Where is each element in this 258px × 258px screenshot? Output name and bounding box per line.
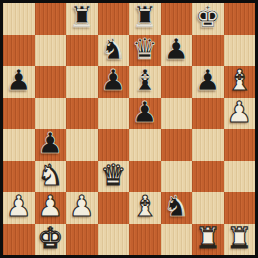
piece-white-pawn[interactable]: ♟ xyxy=(226,98,252,129)
square-a1[interactable] xyxy=(3,224,35,256)
square-d3[interactable]: ♛ xyxy=(98,161,130,193)
piece-white-pawn[interactable]: ♟ xyxy=(37,192,63,223)
chess-board-window: ♜♜♚♞♛♟♟♟♝♟♝♟♟♟♞♛♟♟♟♝♞♚♜♜ xyxy=(0,0,258,258)
square-h5[interactable]: ♟ xyxy=(224,98,256,130)
piece-black-pawn[interactable]: ♟ xyxy=(132,98,158,129)
square-a3[interactable] xyxy=(3,161,35,193)
square-a2[interactable]: ♟ xyxy=(3,192,35,224)
square-b2[interactable]: ♟ xyxy=(35,192,67,224)
piece-black-rook[interactable]: ♜ xyxy=(132,3,158,34)
square-e3[interactable] xyxy=(129,161,161,193)
square-h2[interactable] xyxy=(224,192,256,224)
square-c7[interactable] xyxy=(66,35,98,67)
square-b7[interactable] xyxy=(35,35,67,67)
square-c5[interactable] xyxy=(66,98,98,130)
square-h7[interactable] xyxy=(224,35,256,67)
square-a4[interactable] xyxy=(3,129,35,161)
square-h3[interactable] xyxy=(224,161,256,193)
piece-black-knight[interactable]: ♞ xyxy=(163,192,189,223)
square-b6[interactable] xyxy=(35,66,67,98)
square-h1[interactable]: ♜ xyxy=(224,224,256,256)
square-g4[interactable] xyxy=(192,129,224,161)
piece-black-queen[interactable]: ♛ xyxy=(132,35,158,66)
piece-white-bishop[interactable]: ♝ xyxy=(226,66,252,97)
square-c4[interactable] xyxy=(66,129,98,161)
piece-white-pawn[interactable]: ♟ xyxy=(6,192,32,223)
square-g1[interactable]: ♜ xyxy=(192,224,224,256)
piece-white-pawn[interactable]: ♟ xyxy=(69,192,95,223)
square-c1[interactable] xyxy=(66,224,98,256)
square-b5[interactable] xyxy=(35,98,67,130)
square-a5[interactable] xyxy=(3,98,35,130)
square-b4[interactable]: ♟ xyxy=(35,129,67,161)
piece-white-bishop[interactable]: ♝ xyxy=(132,192,158,223)
square-a6[interactable]: ♟ xyxy=(3,66,35,98)
square-g3[interactable] xyxy=(192,161,224,193)
square-e1[interactable] xyxy=(129,224,161,256)
square-h8[interactable] xyxy=(224,3,256,35)
square-b3[interactable]: ♞ xyxy=(35,161,67,193)
square-e8[interactable]: ♜ xyxy=(129,3,161,35)
square-e7[interactable]: ♛ xyxy=(129,35,161,67)
square-f4[interactable] xyxy=(161,129,193,161)
square-a7[interactable] xyxy=(3,35,35,67)
piece-black-pawn[interactable]: ♟ xyxy=(195,66,221,97)
square-g5[interactable] xyxy=(192,98,224,130)
square-h6[interactable]: ♝ xyxy=(224,66,256,98)
piece-black-knight[interactable]: ♞ xyxy=(100,35,126,66)
square-g2[interactable] xyxy=(192,192,224,224)
square-d4[interactable] xyxy=(98,129,130,161)
square-a8[interactable] xyxy=(3,3,35,35)
square-e2[interactable]: ♝ xyxy=(129,192,161,224)
square-f2[interactable]: ♞ xyxy=(161,192,193,224)
square-d2[interactable] xyxy=(98,192,130,224)
square-h4[interactable] xyxy=(224,129,256,161)
square-g6[interactable]: ♟ xyxy=(192,66,224,98)
square-e5[interactable]: ♟ xyxy=(129,98,161,130)
square-f1[interactable] xyxy=(161,224,193,256)
piece-white-rook[interactable]: ♜ xyxy=(226,224,252,255)
piece-white-knight[interactable]: ♞ xyxy=(37,161,63,192)
square-f6[interactable] xyxy=(161,66,193,98)
piece-black-rook[interactable]: ♜ xyxy=(69,3,95,34)
square-f5[interactable] xyxy=(161,98,193,130)
square-e4[interactable] xyxy=(129,129,161,161)
square-g8[interactable]: ♚ xyxy=(192,3,224,35)
piece-black-bishop[interactable]: ♝ xyxy=(132,66,158,97)
square-g7[interactable] xyxy=(192,35,224,67)
piece-black-king[interactable]: ♚ xyxy=(195,3,221,34)
piece-black-pawn[interactable]: ♟ xyxy=(163,35,189,66)
piece-white-queen[interactable]: ♛ xyxy=(100,161,126,192)
piece-white-rook[interactable]: ♜ xyxy=(195,224,221,255)
square-c8[interactable]: ♜ xyxy=(66,3,98,35)
square-f7[interactable]: ♟ xyxy=(161,35,193,67)
square-e6[interactable]: ♝ xyxy=(129,66,161,98)
piece-black-pawn[interactable]: ♟ xyxy=(6,66,32,97)
square-c3[interactable] xyxy=(66,161,98,193)
square-f8[interactable] xyxy=(161,3,193,35)
square-f3[interactable] xyxy=(161,161,193,193)
square-d7[interactable]: ♞ xyxy=(98,35,130,67)
piece-black-pawn[interactable]: ♟ xyxy=(100,66,126,97)
square-b1[interactable]: ♚ xyxy=(35,224,67,256)
piece-black-pawn[interactable]: ♟ xyxy=(37,129,63,160)
square-c6[interactable] xyxy=(66,66,98,98)
square-d5[interactable] xyxy=(98,98,130,130)
piece-white-king[interactable]: ♚ xyxy=(37,224,63,255)
square-d6[interactable]: ♟ xyxy=(98,66,130,98)
square-d1[interactable] xyxy=(98,224,130,256)
square-b8[interactable] xyxy=(35,3,67,35)
square-c2[interactable]: ♟ xyxy=(66,192,98,224)
square-d8[interactable] xyxy=(98,3,130,35)
chess-board: ♜♜♚♞♛♟♟♟♝♟♝♟♟♟♞♛♟♟♟♝♞♚♜♜ xyxy=(0,0,258,258)
